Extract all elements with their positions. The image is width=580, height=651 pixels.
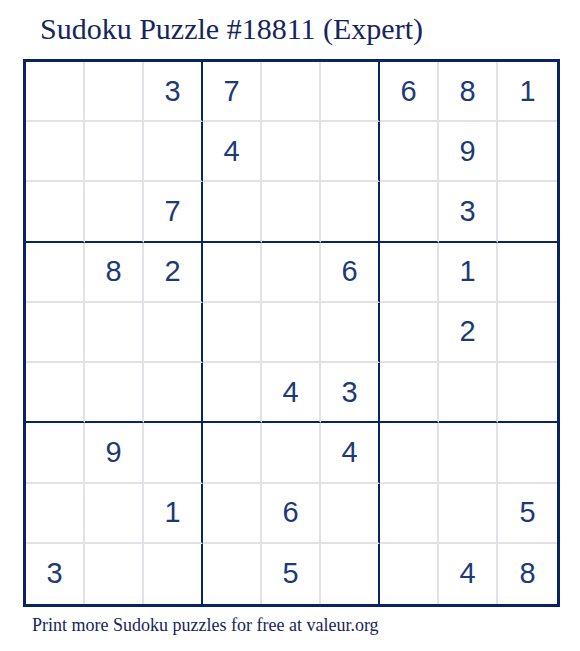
cell-r3c9 xyxy=(498,182,557,242)
cell-r7c8 xyxy=(439,423,498,483)
cell-r6c8 xyxy=(439,363,498,423)
cell-r6c1 xyxy=(26,363,85,423)
cell-r1c7: 6 xyxy=(380,62,439,122)
cell-r8c8 xyxy=(439,484,498,544)
cell-r8c7 xyxy=(380,484,439,544)
cell-r4c9 xyxy=(498,243,557,303)
cell-r7c9 xyxy=(498,423,557,483)
cell-r4c1 xyxy=(26,243,85,303)
cell-r8c9: 5 xyxy=(498,484,557,544)
cell-r6c4 xyxy=(203,363,262,423)
cell-r9c7 xyxy=(380,544,439,604)
cell-r8c3: 1 xyxy=(144,484,203,544)
sudoku-print-page: Sudoku Puzzle #18811 (Expert) 3768149738… xyxy=(0,0,580,651)
cell-r7c6: 4 xyxy=(321,423,380,483)
cell-r4c7 xyxy=(380,243,439,303)
cell-r1c9: 1 xyxy=(498,62,557,122)
cell-r2c9 xyxy=(498,122,557,182)
cell-r5c2 xyxy=(85,303,144,363)
cell-r7c4 xyxy=(203,423,262,483)
cell-r5c8: 2 xyxy=(439,303,498,363)
cell-r7c5 xyxy=(262,423,321,483)
cell-r9c4 xyxy=(203,544,262,604)
cell-r2c2 xyxy=(85,122,144,182)
cell-r5c3 xyxy=(144,303,203,363)
cell-r2c1 xyxy=(26,122,85,182)
cell-r9c5: 5 xyxy=(262,544,321,604)
cell-r2c4: 4 xyxy=(203,122,262,182)
cell-r9c6 xyxy=(321,544,380,604)
cell-r8c1 xyxy=(26,484,85,544)
cell-r7c2: 9 xyxy=(85,423,144,483)
cell-r8c6 xyxy=(321,484,380,544)
cell-r3c1 xyxy=(26,182,85,242)
cell-r5c9 xyxy=(498,303,557,363)
cell-r4c5 xyxy=(262,243,321,303)
cell-r7c3 xyxy=(144,423,203,483)
cell-r4c4 xyxy=(203,243,262,303)
cell-r9c1: 3 xyxy=(26,544,85,604)
cell-r5c6 xyxy=(321,303,380,363)
cell-r5c1 xyxy=(26,303,85,363)
page-title: Sudoku Puzzle #18811 (Expert) xyxy=(40,11,423,47)
cell-r1c2 xyxy=(85,62,144,122)
cell-r6c3 xyxy=(144,363,203,423)
cell-r5c7 xyxy=(380,303,439,363)
cell-r3c5 xyxy=(262,182,321,242)
cell-r1c4: 7 xyxy=(203,62,262,122)
cell-r8c4 xyxy=(203,484,262,544)
sudoku-grid: 3768149738261243941653548 xyxy=(23,59,560,607)
cell-r9c9: 8 xyxy=(498,544,557,604)
cell-r8c5: 6 xyxy=(262,484,321,544)
cell-r4c6: 6 xyxy=(321,243,380,303)
cell-r3c7 xyxy=(380,182,439,242)
footer-note: Print more Sudoku puzzles for free at va… xyxy=(32,615,379,636)
cell-r1c5 xyxy=(262,62,321,122)
cell-r7c1 xyxy=(26,423,85,483)
cell-r2c3 xyxy=(144,122,203,182)
cell-r6c5: 4 xyxy=(262,363,321,423)
cell-r7c7 xyxy=(380,423,439,483)
cell-r6c2 xyxy=(85,363,144,423)
cell-r4c8: 1 xyxy=(439,243,498,303)
cell-r6c9 xyxy=(498,363,557,423)
cell-r1c6 xyxy=(321,62,380,122)
cell-r1c8: 8 xyxy=(439,62,498,122)
cell-r9c3 xyxy=(144,544,203,604)
cell-r3c8: 3 xyxy=(439,182,498,242)
cell-r3c2 xyxy=(85,182,144,242)
cell-r3c3: 7 xyxy=(144,182,203,242)
cell-r8c2 xyxy=(85,484,144,544)
cell-r9c2 xyxy=(85,544,144,604)
cell-r6c6: 3 xyxy=(321,363,380,423)
cell-r2c8: 9 xyxy=(439,122,498,182)
cell-r1c1 xyxy=(26,62,85,122)
cell-r2c5 xyxy=(262,122,321,182)
cell-r3c4 xyxy=(203,182,262,242)
cell-r6c7 xyxy=(380,363,439,423)
cell-r2c6 xyxy=(321,122,380,182)
cell-r9c8: 4 xyxy=(439,544,498,604)
cell-r4c3: 2 xyxy=(144,243,203,303)
cell-r4c2: 8 xyxy=(85,243,144,303)
cell-r5c5 xyxy=(262,303,321,363)
cell-r2c7 xyxy=(380,122,439,182)
cell-r5c4 xyxy=(203,303,262,363)
cell-r1c3: 3 xyxy=(144,62,203,122)
cell-r3c6 xyxy=(321,182,380,242)
